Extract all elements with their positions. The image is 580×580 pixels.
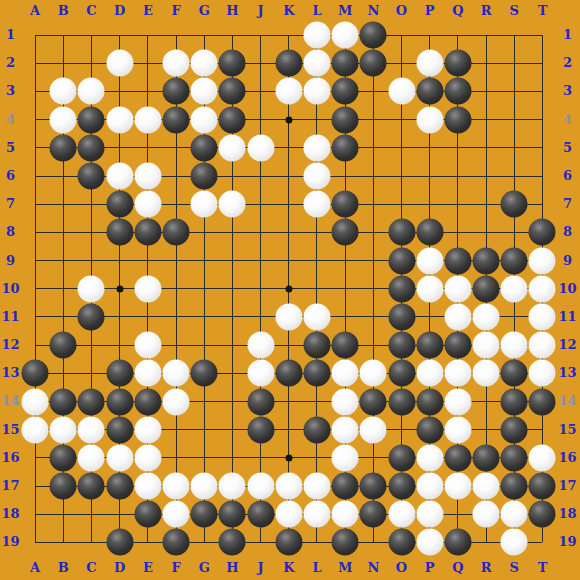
cell-P7[interactable] — [416, 190, 444, 218]
cell-J10[interactable] — [247, 275, 275, 303]
cell-Q2 — [444, 49, 472, 77]
cell-O5[interactable] — [387, 134, 415, 162]
cell-C11 — [77, 303, 105, 331]
cell-G8[interactable] — [190, 218, 218, 246]
cell-O7[interactable] — [387, 190, 415, 218]
white-stone-E10 — [134, 275, 161, 302]
cell-H17 — [218, 472, 246, 500]
cell-Q6[interactable] — [444, 162, 472, 190]
cell-G9[interactable] — [190, 247, 218, 275]
cell-R18 — [472, 500, 500, 528]
white-stone-Q17 — [444, 473, 471, 500]
cell-A12[interactable] — [21, 331, 49, 359]
cell-K16[interactable] — [275, 444, 303, 472]
cell-K10[interactable] — [275, 275, 303, 303]
white-stone-E16 — [134, 444, 161, 471]
white-stone-O3 — [388, 78, 415, 105]
row-label-left-10: 10 — [0, 275, 21, 303]
cell-A18[interactable] — [21, 500, 49, 528]
cell-A6[interactable] — [21, 162, 49, 190]
cell-Q4 — [444, 106, 472, 134]
black-stone-O11 — [388, 303, 415, 330]
col-label-top-E: E — [134, 0, 162, 21]
white-stone-P2 — [416, 50, 443, 77]
cell-A1[interactable] — [21, 21, 49, 49]
cell-C15 — [77, 416, 105, 444]
cell-F7[interactable] — [162, 190, 190, 218]
cell-B11[interactable] — [49, 303, 77, 331]
black-stone-D7 — [106, 191, 133, 218]
cell-C16 — [77, 444, 105, 472]
cell-D4 — [106, 106, 134, 134]
cell-P5[interactable] — [416, 134, 444, 162]
cell-O11 — [387, 303, 415, 331]
black-stone-P8 — [416, 219, 443, 246]
black-stone-F8 — [163, 219, 190, 246]
cell-M10[interactable] — [331, 275, 359, 303]
cell-F6[interactable] — [162, 162, 190, 190]
black-stone-S14 — [501, 388, 528, 415]
cell-O2[interactable] — [387, 49, 415, 77]
cell-J4[interactable] — [247, 106, 275, 134]
cell-N9[interactable] — [359, 247, 387, 275]
row-label-left-15: 15 — [0, 416, 21, 444]
cell-A9[interactable] — [21, 247, 49, 275]
cell-G15[interactable] — [190, 416, 218, 444]
white-stone-M14 — [332, 388, 359, 415]
cell-S11[interactable] — [500, 303, 528, 331]
white-stone-R13 — [473, 360, 500, 387]
black-stone-H18 — [219, 501, 246, 528]
cell-B1[interactable] — [49, 21, 77, 49]
cell-S2[interactable] — [500, 49, 528, 77]
cell-C19[interactable] — [77, 528, 105, 556]
cell-D10[interactable] — [106, 275, 134, 303]
cell-A17[interactable] — [21, 472, 49, 500]
col-label-top-M: M — [331, 0, 359, 21]
cell-G14[interactable] — [190, 387, 218, 415]
cell-F16[interactable] — [162, 444, 190, 472]
col-label-top-L: L — [303, 0, 331, 21]
cell-K8[interactable] — [275, 218, 303, 246]
cell-K6[interactable] — [275, 162, 303, 190]
cell-C1[interactable] — [77, 21, 105, 49]
col-label-top-T: T — [528, 0, 556, 21]
cell-M13 — [331, 359, 359, 387]
cell-K12[interactable] — [275, 331, 303, 359]
cell-E11[interactable] — [134, 303, 162, 331]
cell-F1[interactable] — [162, 21, 190, 49]
cell-T9 — [528, 247, 556, 275]
cell-C13[interactable] — [77, 359, 105, 387]
cell-G1[interactable] — [190, 21, 218, 49]
cell-E2[interactable] — [134, 49, 162, 77]
cell-H1[interactable] — [218, 21, 246, 49]
cell-B19[interactable] — [49, 528, 77, 556]
cell-F3 — [162, 77, 190, 105]
cell-N4[interactable] — [359, 106, 387, 134]
cell-P15 — [416, 416, 444, 444]
white-stone-L5 — [303, 134, 330, 161]
cell-R4[interactable] — [472, 106, 500, 134]
cell-N7[interactable] — [359, 190, 387, 218]
white-stone-T12 — [529, 332, 556, 359]
cell-C3 — [77, 77, 105, 105]
cell-M17 — [331, 472, 359, 500]
cell-E8 — [134, 218, 162, 246]
cell-R3[interactable] — [472, 77, 500, 105]
cell-R2[interactable] — [472, 49, 500, 77]
cell-T7[interactable] — [528, 190, 556, 218]
cell-F10[interactable] — [162, 275, 190, 303]
cell-B10[interactable] — [49, 275, 77, 303]
cell-A16[interactable] — [21, 444, 49, 472]
cell-O8 — [387, 218, 415, 246]
cell-N16[interactable] — [359, 444, 387, 472]
cell-T19[interactable] — [528, 528, 556, 556]
white-stone-Q11 — [444, 303, 471, 330]
cell-L8[interactable] — [303, 218, 331, 246]
cell-Q11 — [444, 303, 472, 331]
black-stone-C6 — [78, 163, 105, 190]
white-stone-G3 — [191, 78, 218, 105]
cell-D11[interactable] — [106, 303, 134, 331]
cell-R9 — [472, 247, 500, 275]
cell-L4[interactable] — [303, 106, 331, 134]
cell-N19[interactable] — [359, 528, 387, 556]
white-stone-B4 — [50, 106, 77, 133]
cell-B9[interactable] — [49, 247, 77, 275]
cell-C12[interactable] — [77, 331, 105, 359]
black-stone-S17 — [501, 473, 528, 500]
cell-M9[interactable] — [331, 247, 359, 275]
cell-R15[interactable] — [472, 416, 500, 444]
cell-O9 — [387, 247, 415, 275]
cell-E19[interactable] — [134, 528, 162, 556]
cell-N12[interactable] — [359, 331, 387, 359]
cell-L14[interactable] — [303, 387, 331, 415]
cell-E1[interactable] — [134, 21, 162, 49]
cell-A7[interactable] — [21, 190, 49, 218]
cell-Q10 — [444, 275, 472, 303]
black-stone-M3 — [332, 78, 359, 105]
cell-G19[interactable] — [190, 528, 218, 556]
cell-C8[interactable] — [77, 218, 105, 246]
cell-P10 — [416, 275, 444, 303]
cell-T15[interactable] — [528, 416, 556, 444]
cell-C2[interactable] — [77, 49, 105, 77]
cell-M6[interactable] — [331, 162, 359, 190]
cell-G16[interactable] — [190, 444, 218, 472]
cell-R5[interactable] — [472, 134, 500, 162]
cell-T12 — [528, 331, 556, 359]
cell-M15 — [331, 416, 359, 444]
col-label-bottom-N: N — [359, 557, 387, 578]
cell-S10 — [500, 275, 528, 303]
black-stone-P3 — [416, 78, 443, 105]
cell-Q7[interactable] — [444, 190, 472, 218]
cell-D18[interactable] — [106, 500, 134, 528]
cell-E10 — [134, 275, 162, 303]
cell-J6[interactable] — [247, 162, 275, 190]
cell-H14[interactable] — [218, 387, 246, 415]
cell-J7[interactable] — [247, 190, 275, 218]
cell-Q12 — [444, 331, 472, 359]
cell-T4[interactable] — [528, 106, 556, 134]
cell-N11[interactable] — [359, 303, 387, 331]
black-stone-N18 — [360, 501, 387, 528]
cell-S4[interactable] — [500, 106, 528, 134]
cell-L10[interactable] — [303, 275, 331, 303]
cell-D3[interactable] — [106, 77, 134, 105]
cell-P1[interactable] — [416, 21, 444, 49]
cell-K9[interactable] — [275, 247, 303, 275]
black-stone-T14 — [529, 388, 556, 415]
cell-P11[interactable] — [416, 303, 444, 331]
white-stone-L17 — [303, 473, 330, 500]
cell-B7[interactable] — [49, 190, 77, 218]
cell-F12[interactable] — [162, 331, 190, 359]
cell-S5[interactable] — [500, 134, 528, 162]
row-labels-right: 12345678910111213141516171819 — [557, 21, 578, 557]
white-stone-C10 — [78, 275, 105, 302]
white-stone-B3 — [50, 78, 77, 105]
white-stone-L11 — [303, 303, 330, 330]
cell-N5[interactable] — [359, 134, 387, 162]
star-point-K4 — [285, 116, 292, 123]
col-label-top-K: K — [275, 0, 303, 21]
cell-H10[interactable] — [218, 275, 246, 303]
cell-Q8[interactable] — [444, 218, 472, 246]
cell-F11[interactable] — [162, 303, 190, 331]
cell-S3[interactable] — [500, 77, 528, 105]
cell-B18[interactable] — [49, 500, 77, 528]
cell-G4 — [190, 106, 218, 134]
cell-D1[interactable] — [106, 21, 134, 49]
cell-J19[interactable] — [247, 528, 275, 556]
cell-L3 — [303, 77, 331, 105]
cell-D9[interactable] — [106, 247, 134, 275]
row-label-right-2: 2 — [557, 49, 578, 77]
cell-B8[interactable] — [49, 218, 77, 246]
cell-A5[interactable] — [21, 134, 49, 162]
cell-T2[interactable] — [528, 49, 556, 77]
cell-D8 — [106, 218, 134, 246]
cell-H12[interactable] — [218, 331, 246, 359]
black-stone-C14 — [78, 388, 105, 415]
cell-A11[interactable] — [21, 303, 49, 331]
column-labels-bottom: ABCDEFGHJKLMNOPQRST — [21, 557, 557, 578]
white-stone-D6 — [106, 163, 133, 190]
cell-R14[interactable] — [472, 387, 500, 415]
go-board-app: ABCDEFGHJKLMNOPQRST ABCDEFGHJKLMNOPQRST … — [0, 0, 580, 580]
cell-Q18[interactable] — [444, 500, 472, 528]
cell-L16[interactable] — [303, 444, 331, 472]
cell-J11[interactable] — [247, 303, 275, 331]
cell-E9[interactable] — [134, 247, 162, 275]
cell-Q9 — [444, 247, 472, 275]
white-stone-T11 — [529, 303, 556, 330]
cell-J1[interactable] — [247, 21, 275, 49]
cell-D12[interactable] — [106, 331, 134, 359]
row-label-right-7: 7 — [557, 190, 578, 218]
cell-J15 — [247, 416, 275, 444]
white-stone-D4 — [106, 106, 133, 133]
cell-H8[interactable] — [218, 218, 246, 246]
black-stone-L15 — [303, 416, 330, 443]
cell-J2[interactable] — [247, 49, 275, 77]
col-label-top-A: A — [21, 0, 49, 21]
cell-M5 — [331, 134, 359, 162]
cell-A14 — [21, 387, 49, 415]
cell-O19 — [387, 528, 415, 556]
cell-K1[interactable] — [275, 21, 303, 49]
cell-N3[interactable] — [359, 77, 387, 105]
black-stone-S9 — [501, 247, 528, 274]
cell-E5[interactable] — [134, 134, 162, 162]
white-stone-H17 — [219, 473, 246, 500]
cell-H6[interactable] — [218, 162, 246, 190]
cell-B15 — [49, 416, 77, 444]
cell-R10 — [472, 275, 500, 303]
cell-L1 — [303, 21, 331, 49]
cell-B12 — [49, 331, 77, 359]
cell-T3[interactable] — [528, 77, 556, 105]
cell-S8[interactable] — [500, 218, 528, 246]
cell-B13[interactable] — [49, 359, 77, 387]
cell-M11[interactable] — [331, 303, 359, 331]
white-stone-C15 — [78, 416, 105, 443]
cell-B2[interactable] — [49, 49, 77, 77]
row-label-right-4: 4 — [557, 106, 578, 134]
cell-K5[interactable] — [275, 134, 303, 162]
cell-G11[interactable] — [190, 303, 218, 331]
white-stone-R12 — [473, 332, 500, 359]
white-stone-M1 — [332, 22, 359, 49]
cell-N8[interactable] — [359, 218, 387, 246]
cell-N14 — [359, 387, 387, 415]
cell-S15 — [500, 416, 528, 444]
white-stone-K18 — [275, 501, 302, 528]
cell-Q19 — [444, 528, 472, 556]
cell-D15 — [106, 416, 134, 444]
cell-J9[interactable] — [247, 247, 275, 275]
cell-S6[interactable] — [500, 162, 528, 190]
cell-T5[interactable] — [528, 134, 556, 162]
cell-K17 — [275, 472, 303, 500]
cell-A8[interactable] — [21, 218, 49, 246]
black-stone-L13 — [303, 360, 330, 387]
cell-J17 — [247, 472, 275, 500]
white-stone-L1 — [303, 22, 330, 49]
cell-H16[interactable] — [218, 444, 246, 472]
row-label-left-3: 3 — [0, 77, 21, 105]
cell-A19[interactable] — [21, 528, 49, 556]
cell-F5[interactable] — [162, 134, 190, 162]
cell-L9[interactable] — [303, 247, 331, 275]
cell-G10[interactable] — [190, 275, 218, 303]
cell-O15[interactable] — [387, 416, 415, 444]
cell-C7[interactable] — [77, 190, 105, 218]
cell-Q1[interactable] — [444, 21, 472, 49]
cell-J16[interactable] — [247, 444, 275, 472]
black-stone-F19 — [163, 529, 190, 556]
cell-K14[interactable] — [275, 387, 303, 415]
cell-E6 — [134, 162, 162, 190]
cell-R6[interactable] — [472, 162, 500, 190]
cell-F18 — [162, 500, 190, 528]
cell-P6[interactable] — [416, 162, 444, 190]
cell-P19 — [416, 528, 444, 556]
cell-L19[interactable] — [303, 528, 331, 556]
cell-A4[interactable] — [21, 106, 49, 134]
cell-R12 — [472, 331, 500, 359]
cell-N6[interactable] — [359, 162, 387, 190]
cell-C9[interactable] — [77, 247, 105, 275]
cell-S1[interactable] — [500, 21, 528, 49]
white-stone-F14 — [163, 388, 190, 415]
cell-C14 — [77, 387, 105, 415]
black-stone-J14 — [247, 388, 274, 415]
cell-J3[interactable] — [247, 77, 275, 105]
cell-O6[interactable] — [387, 162, 415, 190]
cell-O10 — [387, 275, 415, 303]
cell-T1[interactable] — [528, 21, 556, 49]
cell-A10[interactable] — [21, 275, 49, 303]
cell-C18[interactable] — [77, 500, 105, 528]
cell-R1[interactable] — [472, 21, 500, 49]
cell-T6[interactable] — [528, 162, 556, 190]
cell-K4[interactable] — [275, 106, 303, 134]
cell-H11[interactable] — [218, 303, 246, 331]
cell-D5[interactable] — [106, 134, 134, 162]
cell-R8[interactable] — [472, 218, 500, 246]
cell-O1[interactable] — [387, 21, 415, 49]
cell-B6[interactable] — [49, 162, 77, 190]
cell-F9[interactable] — [162, 247, 190, 275]
cell-A3[interactable] — [21, 77, 49, 105]
cell-H13[interactable] — [218, 359, 246, 387]
cell-N10[interactable] — [359, 275, 387, 303]
cell-H7 — [218, 190, 246, 218]
star-point-D10 — [116, 285, 123, 292]
cell-R19[interactable] — [472, 528, 500, 556]
black-stone-D13 — [106, 360, 133, 387]
cell-Q5[interactable] — [444, 134, 472, 162]
cell-R7[interactable] — [472, 190, 500, 218]
cell-Q3 — [444, 77, 472, 105]
cell-K13 — [275, 359, 303, 387]
cell-C17 — [77, 472, 105, 500]
white-stone-C3 — [78, 78, 105, 105]
white-stone-R17 — [473, 473, 500, 500]
cell-P2 — [416, 49, 444, 77]
cell-A2[interactable] — [21, 49, 49, 77]
cell-F15[interactable] — [162, 416, 190, 444]
cell-K15[interactable] — [275, 416, 303, 444]
white-stone-T16 — [529, 444, 556, 471]
cell-E3[interactable] — [134, 77, 162, 105]
cell-J8[interactable] — [247, 218, 275, 246]
black-stone-P12 — [416, 332, 443, 359]
cell-F4 — [162, 106, 190, 134]
cell-G12[interactable] — [190, 331, 218, 359]
cell-O4[interactable] — [387, 106, 415, 134]
cell-K7[interactable] — [275, 190, 303, 218]
cell-H15[interactable] — [218, 416, 246, 444]
cell-H9[interactable] — [218, 247, 246, 275]
white-stone-S12 — [501, 332, 528, 359]
